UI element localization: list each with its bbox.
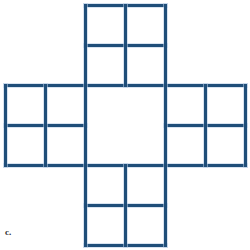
cell-r5c3 — [124, 204, 164, 244]
cell-r0c3 — [124, 4, 164, 44]
cell-r3c1 — [44, 124, 84, 164]
center-square — [84, 84, 164, 164]
cell-r5c2 — [84, 204, 124, 244]
line-middle-col-left-edge — [84, 4, 87, 247]
cell-r3c0 — [4, 124, 44, 164]
line-left-arm-mid-divider-v — [44, 84, 47, 167]
cross-squares-figure: c. — [0, 0, 250, 250]
line-bottom-arm-mid-divider-v — [124, 164, 127, 247]
cell-r3c4 — [164, 124, 204, 164]
answer-option-label: c. — [5, 228, 11, 237]
cell-r2c4 — [164, 84, 204, 124]
page: c. — [0, 0, 250, 250]
cell-r4c2 — [84, 164, 124, 204]
cell-r2c0 — [4, 84, 44, 124]
cell-r2c5 — [204, 84, 244, 124]
cell-r0c2 — [84, 4, 124, 44]
cell-r3c5 — [204, 124, 244, 164]
line-middle-col-right-edge — [164, 4, 167, 247]
cell-r2c1 — [44, 84, 84, 124]
line-left-arm-left-edge — [4, 84, 7, 167]
cell-r4c3 — [124, 164, 164, 204]
cell-r1c3 — [124, 44, 164, 84]
cell-r1c2 — [84, 44, 124, 84]
line-top-arm-mid-divider-v — [124, 4, 127, 87]
line-right-arm-mid-divider-v — [204, 84, 207, 167]
line-right-arm-right-edge — [244, 84, 247, 167]
